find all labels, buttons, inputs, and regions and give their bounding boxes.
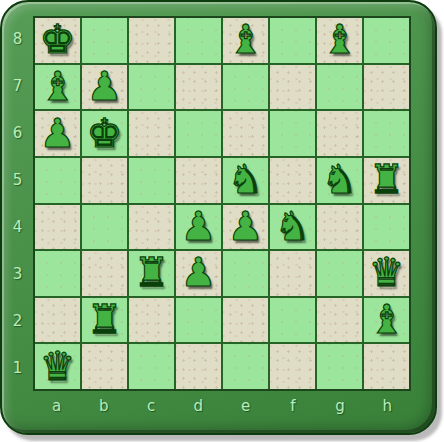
square-a3[interactable] (35, 251, 80, 296)
file-label-e: e (222, 391, 269, 421)
square-g8[interactable]: ♝ (317, 18, 362, 63)
square-g2[interactable] (317, 298, 362, 343)
square-h7[interactable] (364, 65, 409, 110)
rank-label-2: 2 (2, 297, 33, 344)
piece-pawn-a6[interactable]: ♟ (40, 113, 76, 153)
square-b3[interactable] (82, 251, 127, 296)
square-g7[interactable] (317, 65, 362, 110)
square-b6[interactable]: ♚ (82, 111, 127, 156)
rank-label-7: 7 (2, 63, 33, 110)
piece-pawn-b7[interactable]: ♟ (87, 66, 123, 106)
file-labels: abcdefgh (33, 391, 411, 421)
square-f8[interactable] (270, 18, 315, 63)
piece-knight-e5[interactable]: ♞ (228, 159, 264, 199)
square-d5[interactable] (176, 158, 221, 203)
rank-label-1: 1 (2, 344, 33, 391)
square-b7[interactable]: ♟ (82, 65, 127, 110)
piece-rook-h5[interactable]: ♜ (369, 159, 405, 199)
piece-pawn-d3[interactable]: ♟ (181, 252, 217, 292)
square-f6[interactable] (270, 111, 315, 156)
square-b5[interactable] (82, 158, 127, 203)
rank-labels: 87654321 (2, 16, 33, 391)
square-d8[interactable] (176, 18, 221, 63)
square-e8[interactable]: ♝ (223, 18, 268, 63)
square-c3[interactable]: ♜ (129, 251, 174, 296)
square-g5[interactable]: ♞ (317, 158, 362, 203)
square-g1[interactable] (317, 344, 362, 389)
piece-queen-h3[interactable]: ♛ (369, 252, 405, 292)
square-a4[interactable] (35, 205, 80, 250)
square-g6[interactable] (317, 111, 362, 156)
square-c1[interactable] (129, 344, 174, 389)
rank-label-4: 4 (2, 204, 33, 251)
square-h8[interactable] (364, 18, 409, 63)
square-c8[interactable] (129, 18, 174, 63)
piece-queen-a1[interactable]: ♛ (40, 346, 76, 386)
square-d7[interactable] (176, 65, 221, 110)
piece-rook-b2[interactable]: ♜ (87, 299, 123, 339)
board-frame: 87654321 ♚♝♝♝♟♟♚♞♞♜♟♟♞♜♟♛♜♝♛ abcdefgh (0, 0, 437, 435)
square-e6[interactable] (223, 111, 268, 156)
square-c7[interactable] (129, 65, 174, 110)
file-label-c: c (128, 391, 175, 421)
square-c4[interactable] (129, 205, 174, 250)
square-e2[interactable] (223, 298, 268, 343)
square-b2[interactable]: ♜ (82, 298, 127, 343)
square-h1[interactable] (364, 344, 409, 389)
rank-label-3: 3 (2, 250, 33, 297)
file-label-h: h (364, 391, 411, 421)
file-label-a: a (33, 391, 80, 421)
piece-king-b6[interactable]: ♚ (87, 113, 123, 153)
square-f1[interactable] (270, 344, 315, 389)
square-c6[interactable] (129, 111, 174, 156)
square-a6[interactable]: ♟ (35, 111, 80, 156)
rank-label-6: 6 (2, 110, 33, 157)
piece-bishop-e8[interactable]: ♝ (228, 19, 264, 59)
square-c2[interactable] (129, 298, 174, 343)
square-a1[interactable]: ♛ (35, 344, 80, 389)
square-h5[interactable]: ♜ (364, 158, 409, 203)
square-a8[interactable]: ♚ (35, 18, 80, 63)
square-c5[interactable] (129, 158, 174, 203)
square-d6[interactable] (176, 111, 221, 156)
piece-pawn-d4[interactable]: ♟ (181, 206, 217, 246)
square-a5[interactable] (35, 158, 80, 203)
piece-rook-c3[interactable]: ♜ (134, 252, 170, 292)
rank-label-5: 5 (2, 157, 33, 204)
square-f5[interactable] (270, 158, 315, 203)
square-h3[interactable]: ♛ (364, 251, 409, 296)
square-f4[interactable]: ♞ (270, 205, 315, 250)
square-a7[interactable]: ♝ (35, 65, 80, 110)
square-e7[interactable] (223, 65, 268, 110)
square-g4[interactable] (317, 205, 362, 250)
piece-bishop-h2[interactable]: ♝ (369, 299, 405, 339)
square-d2[interactable] (176, 298, 221, 343)
file-label-d: d (175, 391, 222, 421)
square-b8[interactable] (82, 18, 127, 63)
piece-knight-g5[interactable]: ♞ (322, 159, 358, 199)
piece-king-a8[interactable]: ♚ (40, 19, 76, 59)
square-a2[interactable] (35, 298, 80, 343)
file-label-f: f (269, 391, 316, 421)
square-e1[interactable] (223, 344, 268, 389)
square-f3[interactable] (270, 251, 315, 296)
square-h2[interactable]: ♝ (364, 298, 409, 343)
square-b4[interactable] (82, 205, 127, 250)
square-f2[interactable] (270, 298, 315, 343)
square-d4[interactable]: ♟ (176, 205, 221, 250)
file-label-g: g (317, 391, 364, 421)
piece-pawn-e4[interactable]: ♟ (228, 206, 264, 246)
square-b1[interactable] (82, 344, 127, 389)
piece-knight-f4[interactable]: ♞ (275, 206, 311, 246)
square-d1[interactable] (176, 344, 221, 389)
square-h4[interactable] (364, 205, 409, 250)
square-g3[interactable] (317, 251, 362, 296)
square-e4[interactable]: ♟ (223, 205, 268, 250)
square-e3[interactable] (223, 251, 268, 296)
square-f7[interactable] (270, 65, 315, 110)
square-e5[interactable]: ♞ (223, 158, 268, 203)
square-h6[interactable] (364, 111, 409, 156)
file-label-b: b (80, 391, 127, 421)
square-d3[interactable]: ♟ (176, 251, 221, 296)
chess-board: ♚♝♝♝♟♟♚♞♞♜♟♟♞♜♟♛♜♝♛ (33, 16, 411, 391)
piece-bishop-a7[interactable]: ♝ (40, 66, 76, 106)
piece-bishop-g8[interactable]: ♝ (322, 19, 358, 59)
rank-label-8: 8 (2, 16, 33, 63)
